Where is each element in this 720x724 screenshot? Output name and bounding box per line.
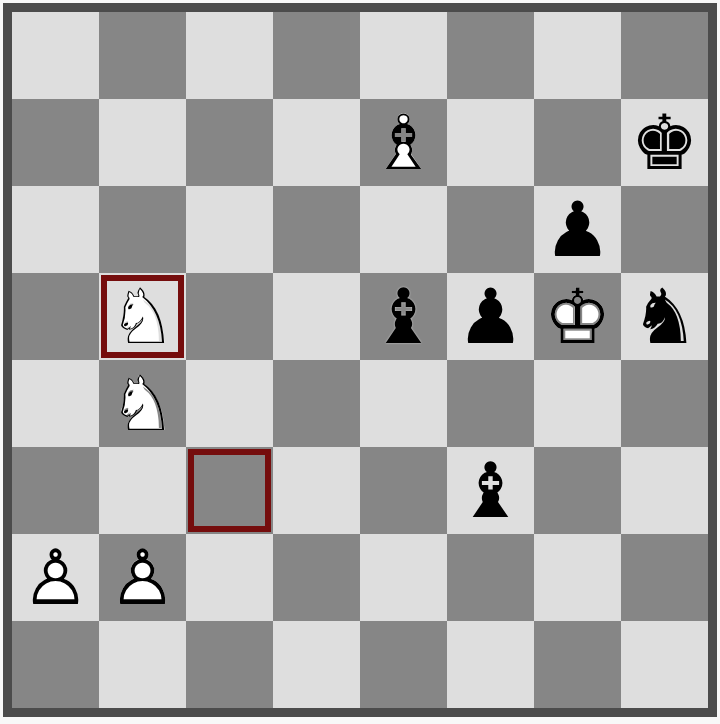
white-bishop-piece: ♝♗ (360, 99, 447, 186)
square-f6[interactable] (447, 186, 534, 273)
white-king-glyph: ♔ (534, 273, 621, 360)
square-a6[interactable] (12, 186, 99, 273)
black-knight-piece: ♞ (621, 273, 708, 360)
square-g8[interactable] (534, 12, 621, 99)
white-bishop-glyph: ♗ (360, 99, 447, 186)
white-pawn-glyph: ♙ (99, 534, 186, 621)
white-pawn-piece: ♟♙ (12, 534, 99, 621)
black-bishop-piece: ♝ (447, 447, 534, 534)
square-f7[interactable] (447, 99, 534, 186)
square-h7[interactable]: ♚ (621, 99, 708, 186)
square-a4[interactable] (12, 360, 99, 447)
square-d8[interactable] (273, 12, 360, 99)
square-e1[interactable] (360, 621, 447, 708)
square-g4[interactable] (534, 360, 621, 447)
square-h3[interactable] (621, 447, 708, 534)
square-g1[interactable] (534, 621, 621, 708)
white-pawn-piece: ♟♙ (99, 534, 186, 621)
square-c3-last-move-highlight[interactable] (186, 447, 273, 534)
chess-board: ♝♗♚♟♞♘♝♟♚♔♞♞♘♝♟♙♟♙ (12, 12, 708, 708)
black-pawn-glyph: ♟ (534, 186, 621, 273)
square-f1[interactable] (447, 621, 534, 708)
black-pawn-glyph: ♟ (447, 273, 534, 360)
black-bishop-piece: ♝ (360, 273, 447, 360)
square-e3[interactable] (360, 447, 447, 534)
square-d4[interactable] (273, 360, 360, 447)
square-a3[interactable] (12, 447, 99, 534)
square-g6[interactable]: ♟ (534, 186, 621, 273)
white-knight-piece: ♞♘ (99, 360, 186, 447)
square-h2[interactable] (621, 534, 708, 621)
square-f3[interactable]: ♝ (447, 447, 534, 534)
square-e7[interactable]: ♝♗ (360, 99, 447, 186)
square-b8[interactable] (99, 12, 186, 99)
chess-board-frame: ♝♗♚♟♞♘♝♟♚♔♞♞♘♝♟♙♟♙ (3, 3, 717, 717)
square-d7[interactable] (273, 99, 360, 186)
square-g5[interactable]: ♚♔ (534, 273, 621, 360)
square-d5[interactable] (273, 273, 360, 360)
square-g7[interactable] (534, 99, 621, 186)
square-d3[interactable] (273, 447, 360, 534)
square-c8[interactable] (186, 12, 273, 99)
square-b2[interactable]: ♟♙ (99, 534, 186, 621)
black-bishop-glyph: ♝ (360, 273, 447, 360)
black-pawn-piece: ♟ (534, 186, 621, 273)
square-e6[interactable] (360, 186, 447, 273)
square-d2[interactable] (273, 534, 360, 621)
square-f8[interactable] (447, 12, 534, 99)
black-knight-glyph: ♞ (621, 273, 708, 360)
square-g2[interactable] (534, 534, 621, 621)
square-e8[interactable] (360, 12, 447, 99)
square-h1[interactable] (621, 621, 708, 708)
square-e2[interactable] (360, 534, 447, 621)
square-c6[interactable] (186, 186, 273, 273)
square-h6[interactable] (621, 186, 708, 273)
square-e4[interactable] (360, 360, 447, 447)
black-king-piece: ♚ (621, 99, 708, 186)
square-d1[interactable] (273, 621, 360, 708)
square-e5[interactable]: ♝ (360, 273, 447, 360)
square-d6[interactable] (273, 186, 360, 273)
square-a8[interactable] (12, 12, 99, 99)
square-b4[interactable]: ♞♘ (99, 360, 186, 447)
black-bishop-glyph: ♝ (447, 447, 534, 534)
square-b7[interactable] (99, 99, 186, 186)
square-a5[interactable] (12, 273, 99, 360)
square-c5[interactable] (186, 273, 273, 360)
square-f2[interactable] (447, 534, 534, 621)
square-c7[interactable] (186, 99, 273, 186)
square-g3[interactable] (534, 447, 621, 534)
square-c1[interactable] (186, 621, 273, 708)
square-a7[interactable] (12, 99, 99, 186)
white-knight-glyph: ♘ (99, 273, 186, 360)
white-pawn-glyph: ♙ (12, 534, 99, 621)
square-f5[interactable]: ♟ (447, 273, 534, 360)
square-a2[interactable]: ♟♙ (12, 534, 99, 621)
square-a1[interactable] (12, 621, 99, 708)
square-h4[interactable] (621, 360, 708, 447)
square-f4[interactable] (447, 360, 534, 447)
black-king-glyph: ♚ (621, 99, 708, 186)
square-h8[interactable] (621, 12, 708, 99)
white-king-piece: ♚♔ (534, 273, 621, 360)
square-c2[interactable] (186, 534, 273, 621)
square-b5-last-move-highlight[interactable]: ♞♘ (99, 273, 186, 360)
square-c4[interactable] (186, 360, 273, 447)
square-b1[interactable] (99, 621, 186, 708)
square-b3[interactable] (99, 447, 186, 534)
black-pawn-piece: ♟ (447, 273, 534, 360)
square-b6[interactable] (99, 186, 186, 273)
white-knight-glyph: ♘ (99, 360, 186, 447)
white-knight-piece: ♞♘ (99, 273, 186, 360)
square-h5[interactable]: ♞ (621, 273, 708, 360)
